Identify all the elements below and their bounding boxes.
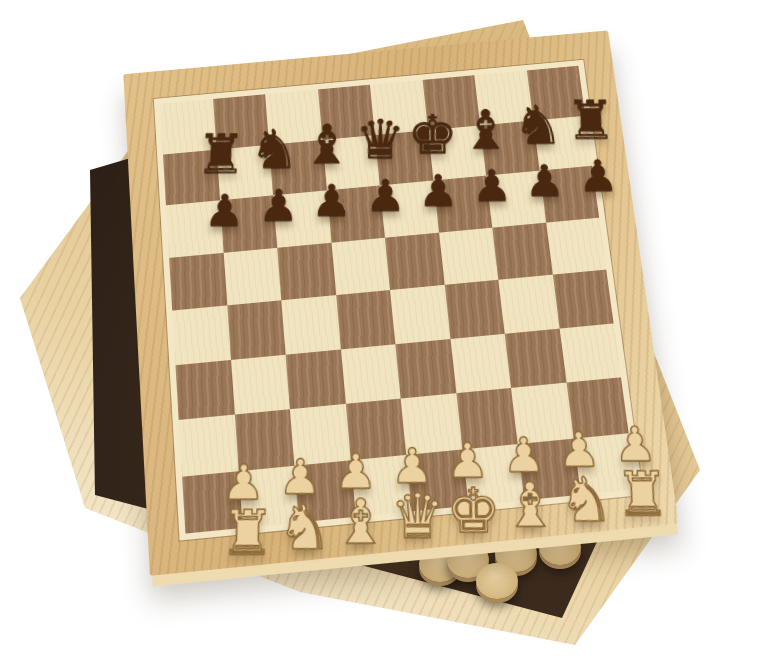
- square-f3[interactable]: [450, 333, 511, 393]
- board-surface: ♜♞♝♛♚♝♞♜♟♟♟♟♟♟♟♟♟♟♟♟♟♟♟♟♜♞♝♛♚♝♞♜: [154, 60, 643, 541]
- square-h4[interactable]: [552, 270, 613, 329]
- square-d4[interactable]: [336, 290, 396, 349]
- square-c8[interactable]: [265, 89, 322, 144]
- square-c3[interactable]: [286, 349, 346, 409]
- square-f6[interactable]: [433, 176, 492, 233]
- square-g1[interactable]: [518, 438, 581, 500]
- square-d7[interactable]: [322, 135, 380, 191]
- square-b1[interactable]: [238, 465, 299, 528]
- square-b5[interactable]: [223, 247, 281, 305]
- square-e6[interactable]: [380, 181, 439, 238]
- square-c5[interactable]: [277, 242, 336, 300]
- board-squares: [160, 66, 636, 534]
- square-d6[interactable]: [326, 185, 384, 242]
- square-h1[interactable]: [573, 433, 636, 495]
- square-e1[interactable]: [406, 449, 468, 511]
- square-h7[interactable]: [533, 115, 592, 170]
- square-g5[interactable]: [492, 222, 552, 280]
- square-a3[interactable]: [175, 359, 234, 419]
- square-a1[interactable]: [182, 471, 242, 534]
- square-c4[interactable]: [281, 295, 340, 354]
- checker-disc[interactable]: [476, 563, 518, 599]
- square-e7[interactable]: [375, 130, 433, 186]
- square-h2[interactable]: [566, 377, 629, 438]
- square-f2[interactable]: [456, 388, 518, 449]
- square-b7[interactable]: [216, 144, 273, 200]
- chess-set-photo: ♜♞♝♛♚♝♞♜♟♟♟♟♟♟♟♟♟♟♟♟♟♟♟♟♜♞♝♛♚♝♞♜: [0, 0, 765, 663]
- square-c2[interactable]: [290, 404, 350, 465]
- square-d2[interactable]: [345, 399, 406, 460]
- square-g2[interactable]: [511, 383, 573, 444]
- square-c7[interactable]: [269, 139, 326, 195]
- square-a2[interactable]: [179, 415, 239, 477]
- square-d8[interactable]: [318, 85, 375, 140]
- square-g7[interactable]: [480, 120, 539, 175]
- square-a7[interactable]: [163, 149, 220, 205]
- square-h8[interactable]: [526, 66, 585, 120]
- square-a5[interactable]: [169, 252, 227, 310]
- square-h3[interactable]: [559, 323, 621, 383]
- square-h6[interactable]: [539, 166, 599, 222]
- square-d1[interactable]: [350, 454, 411, 516]
- square-a8[interactable]: [160, 99, 216, 154]
- square-d3[interactable]: [340, 344, 400, 404]
- square-g8[interactable]: [474, 70, 532, 124]
- square-b6[interactable]: [220, 195, 278, 252]
- square-b8[interactable]: [213, 94, 269, 149]
- square-f8[interactable]: [422, 75, 480, 130]
- square-b3[interactable]: [231, 354, 290, 414]
- square-b2[interactable]: [234, 409, 294, 471]
- square-f4[interactable]: [444, 280, 504, 339]
- square-h5[interactable]: [546, 217, 607, 274]
- square-e4[interactable]: [390, 285, 450, 344]
- square-e2[interactable]: [401, 393, 462, 454]
- square-c1[interactable]: [294, 460, 355, 523]
- square-e8[interactable]: [370, 80, 428, 135]
- square-e5[interactable]: [385, 232, 444, 290]
- square-g3[interactable]: [505, 328, 566, 388]
- square-b4[interactable]: [227, 300, 286, 359]
- square-f7[interactable]: [427, 125, 486, 181]
- square-f1[interactable]: [462, 444, 524, 506]
- square-c6[interactable]: [273, 190, 331, 247]
- square-g6[interactable]: [486, 171, 546, 228]
- square-e3[interactable]: [395, 339, 456, 399]
- square-a4[interactable]: [172, 305, 230, 364]
- square-g4[interactable]: [498, 275, 559, 334]
- chess-board: ♜♞♝♛♚♝♞♜♟♟♟♟♟♟♟♟♟♟♟♟♟♟♟♟♜♞♝♛♚♝♞♜: [123, 30, 678, 575]
- square-d5[interactable]: [331, 237, 390, 295]
- square-f5[interactable]: [439, 227, 499, 285]
- square-a6[interactable]: [166, 200, 223, 257]
